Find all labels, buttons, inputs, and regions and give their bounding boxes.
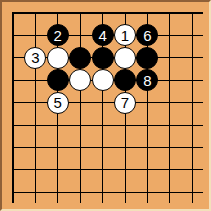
stone-black <box>114 69 136 91</box>
stone-white-move-7: 7 <box>114 92 136 114</box>
stone-black <box>69 47 91 69</box>
stone-white <box>69 69 91 91</box>
stone-white <box>47 47 69 69</box>
stone-black-move-4: 4 <box>92 24 114 46</box>
board-grid: 24163857 <box>2 2 204 204</box>
stone-white-move-1: 1 <box>114 24 136 46</box>
stone-white-move-5: 5 <box>47 92 69 114</box>
stone-white <box>92 69 114 91</box>
stone-white <box>114 47 136 69</box>
stone-black-move-6: 6 <box>136 24 158 46</box>
stone-black <box>47 69 69 91</box>
stone-black <box>92 47 114 69</box>
stone-black-move-8: 8 <box>136 69 158 91</box>
go-board-diagram: 24163857 <box>0 0 211 211</box>
stone-black <box>136 47 158 69</box>
stone-black-move-2: 2 <box>47 24 69 46</box>
stone-white-move-3: 3 <box>24 47 46 69</box>
